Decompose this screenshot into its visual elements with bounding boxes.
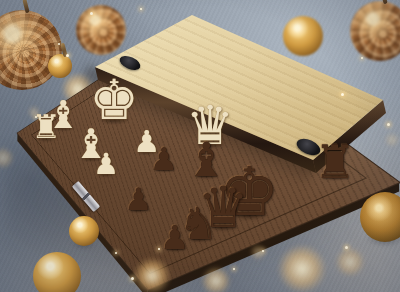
bokeh-glow	[28, 106, 40, 118]
sparkle	[233, 268, 235, 270]
ornament-shiny	[33, 252, 81, 292]
ornament-crinkle	[76, 5, 126, 55]
sparkle	[341, 93, 344, 96]
sparkle	[387, 123, 390, 126]
ornament-shiny	[283, 16, 323, 56]
sparkle	[262, 250, 264, 252]
scene: ♜♝♚♝♟♟♛♟♝♟♟♞♛♚♜	[0, 0, 400, 292]
sparkle	[158, 248, 160, 250]
sparkle	[66, 54, 69, 57]
sparkle	[361, 57, 363, 59]
sparkle	[131, 277, 134, 280]
sparkle	[115, 252, 117, 254]
ornament-shiny	[69, 216, 99, 246]
sparkle	[345, 246, 348, 249]
sparkle	[58, 43, 60, 45]
box-lid	[91, 11, 390, 177]
ornament-shiny	[48, 54, 72, 78]
sparkle	[140, 8, 142, 10]
ornament-crinkle	[0, 10, 62, 90]
sparkle	[35, 116, 37, 118]
sparkle	[90, 12, 93, 15]
